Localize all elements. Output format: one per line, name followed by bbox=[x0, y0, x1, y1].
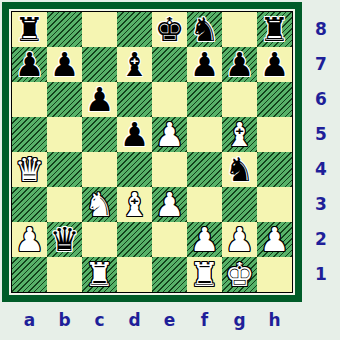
square-b4[interactable] bbox=[47, 152, 82, 187]
square-b6[interactable] bbox=[47, 82, 82, 117]
square-d6[interactable] bbox=[117, 82, 152, 117]
file-label-a: a bbox=[12, 304, 47, 336]
square-h4[interactable] bbox=[257, 152, 292, 187]
square-a4[interactable]: ♛ bbox=[12, 152, 47, 187]
square-e1[interactable] bbox=[152, 257, 187, 292]
piece-black-pawn[interactable]: ♟ bbox=[187, 47, 222, 82]
square-c4[interactable] bbox=[82, 152, 117, 187]
square-g4[interactable]: ♞ bbox=[222, 152, 257, 187]
file-labels: abcdefgh bbox=[12, 304, 292, 336]
square-h7[interactable]: ♟ bbox=[257, 47, 292, 82]
square-h3[interactable] bbox=[257, 187, 292, 222]
rank-labels: 87654321 bbox=[305, 12, 337, 292]
board-frame: ♜♚♞♜♟♟♝♟♟♟♟♟♟♝♛♞♞♝♟♟♛♟♟♟♜♜♚ bbox=[2, 2, 302, 302]
square-a7[interactable]: ♟ bbox=[12, 47, 47, 82]
piece-white-rook[interactable]: ♜ bbox=[82, 257, 117, 292]
square-e6[interactable] bbox=[152, 82, 187, 117]
piece-black-queen[interactable]: ♛ bbox=[47, 222, 82, 257]
piece-black-knight[interactable]: ♞ bbox=[222, 152, 257, 187]
piece-white-bishop[interactable]: ♝ bbox=[222, 117, 257, 152]
square-c3[interactable]: ♞ bbox=[82, 187, 117, 222]
square-c7[interactable] bbox=[82, 47, 117, 82]
square-d5[interactable]: ♟ bbox=[117, 117, 152, 152]
square-e7[interactable] bbox=[152, 47, 187, 82]
square-g3[interactable] bbox=[222, 187, 257, 222]
rank-label-5: 5 bbox=[305, 117, 337, 152]
piece-black-knight[interactable]: ♞ bbox=[187, 12, 222, 47]
square-d2[interactable] bbox=[117, 222, 152, 257]
rank-label-7: 7 bbox=[305, 47, 337, 82]
square-a5[interactable] bbox=[12, 117, 47, 152]
square-g1[interactable]: ♚ bbox=[222, 257, 257, 292]
square-a2[interactable]: ♟ bbox=[12, 222, 47, 257]
piece-white-pawn[interactable]: ♟ bbox=[257, 222, 292, 257]
square-c5[interactable] bbox=[82, 117, 117, 152]
square-c1[interactable]: ♜ bbox=[82, 257, 117, 292]
square-d7[interactable]: ♝ bbox=[117, 47, 152, 82]
square-h8[interactable]: ♜ bbox=[257, 12, 292, 47]
square-f8[interactable]: ♞ bbox=[187, 12, 222, 47]
rank-label-4: 4 bbox=[305, 152, 337, 187]
square-a8[interactable]: ♜ bbox=[12, 12, 47, 47]
square-b3[interactable] bbox=[47, 187, 82, 222]
square-b5[interactable] bbox=[47, 117, 82, 152]
square-f4[interactable] bbox=[187, 152, 222, 187]
square-h2[interactable]: ♟ bbox=[257, 222, 292, 257]
file-label-h: h bbox=[257, 304, 292, 336]
square-d4[interactable] bbox=[117, 152, 152, 187]
piece-black-pawn[interactable]: ♟ bbox=[117, 117, 152, 152]
square-f5[interactable] bbox=[187, 117, 222, 152]
piece-black-king[interactable]: ♚ bbox=[152, 12, 187, 47]
square-h6[interactable] bbox=[257, 82, 292, 117]
piece-white-queen[interactable]: ♛ bbox=[12, 152, 47, 187]
rank-label-1: 1 bbox=[305, 257, 337, 292]
square-g7[interactable]: ♟ bbox=[222, 47, 257, 82]
square-g5[interactable]: ♝ bbox=[222, 117, 257, 152]
file-label-e: e bbox=[152, 304, 187, 336]
chess-board: ♜♚♞♜♟♟♝♟♟♟♟♟♟♝♛♞♞♝♟♟♛♟♟♟♜♜♚ bbox=[11, 11, 293, 293]
square-e2[interactable] bbox=[152, 222, 187, 257]
square-b7[interactable]: ♟ bbox=[47, 47, 82, 82]
file-label-g: g bbox=[222, 304, 257, 336]
square-f7[interactable]: ♟ bbox=[187, 47, 222, 82]
square-f2[interactable]: ♟ bbox=[187, 222, 222, 257]
square-e8[interactable]: ♚ bbox=[152, 12, 187, 47]
piece-white-pawn[interactable]: ♟ bbox=[222, 222, 257, 257]
rank-label-8: 8 bbox=[305, 12, 337, 47]
square-e5[interactable]: ♟ bbox=[152, 117, 187, 152]
piece-white-pawn[interactable]: ♟ bbox=[187, 222, 222, 257]
square-b1[interactable] bbox=[47, 257, 82, 292]
piece-white-pawn[interactable]: ♟ bbox=[12, 222, 47, 257]
square-c8[interactable] bbox=[82, 12, 117, 47]
square-a1[interactable] bbox=[12, 257, 47, 292]
square-b2[interactable]: ♛ bbox=[47, 222, 82, 257]
file-label-c: c bbox=[82, 304, 117, 336]
square-d3[interactable]: ♝ bbox=[117, 187, 152, 222]
piece-white-king[interactable]: ♚ bbox=[222, 257, 257, 292]
piece-white-pawn[interactable]: ♟ bbox=[152, 187, 187, 222]
piece-white-pawn[interactable]: ♟ bbox=[152, 117, 187, 152]
piece-white-bishop[interactable]: ♝ bbox=[117, 187, 152, 222]
square-g8[interactable] bbox=[222, 12, 257, 47]
piece-black-pawn[interactable]: ♟ bbox=[222, 47, 257, 82]
piece-black-pawn[interactable]: ♟ bbox=[12, 47, 47, 82]
square-a3[interactable] bbox=[12, 187, 47, 222]
file-label-f: f bbox=[187, 304, 222, 336]
file-label-d: d bbox=[117, 304, 152, 336]
square-b8[interactable] bbox=[47, 12, 82, 47]
square-a6[interactable] bbox=[12, 82, 47, 117]
square-c2[interactable] bbox=[82, 222, 117, 257]
square-h5[interactable] bbox=[257, 117, 292, 152]
square-d1[interactable] bbox=[117, 257, 152, 292]
square-e4[interactable] bbox=[152, 152, 187, 187]
piece-black-rook[interactable]: ♜ bbox=[257, 12, 292, 47]
square-e3[interactable]: ♟ bbox=[152, 187, 187, 222]
square-h1[interactable] bbox=[257, 257, 292, 292]
file-label-b: b bbox=[47, 304, 82, 336]
rank-label-2: 2 bbox=[305, 222, 337, 257]
piece-black-pawn[interactable]: ♟ bbox=[82, 82, 117, 117]
square-f1[interactable]: ♜ bbox=[187, 257, 222, 292]
square-g2[interactable]: ♟ bbox=[222, 222, 257, 257]
piece-black-pawn[interactable]: ♟ bbox=[47, 47, 82, 82]
square-d8[interactable] bbox=[117, 12, 152, 47]
rank-label-3: 3 bbox=[305, 187, 337, 222]
square-g6[interactable] bbox=[222, 82, 257, 117]
piece-white-knight[interactable]: ♞ bbox=[82, 187, 117, 222]
piece-white-rook[interactable]: ♜ bbox=[187, 257, 222, 292]
piece-black-bishop[interactable]: ♝ bbox=[117, 47, 152, 82]
rank-label-6: 6 bbox=[305, 82, 337, 117]
piece-black-rook[interactable]: ♜ bbox=[12, 12, 47, 47]
piece-black-pawn[interactable]: ♟ bbox=[257, 47, 292, 82]
square-c6[interactable]: ♟ bbox=[82, 82, 117, 117]
square-f6[interactable] bbox=[187, 82, 222, 117]
square-f3[interactable] bbox=[187, 187, 222, 222]
